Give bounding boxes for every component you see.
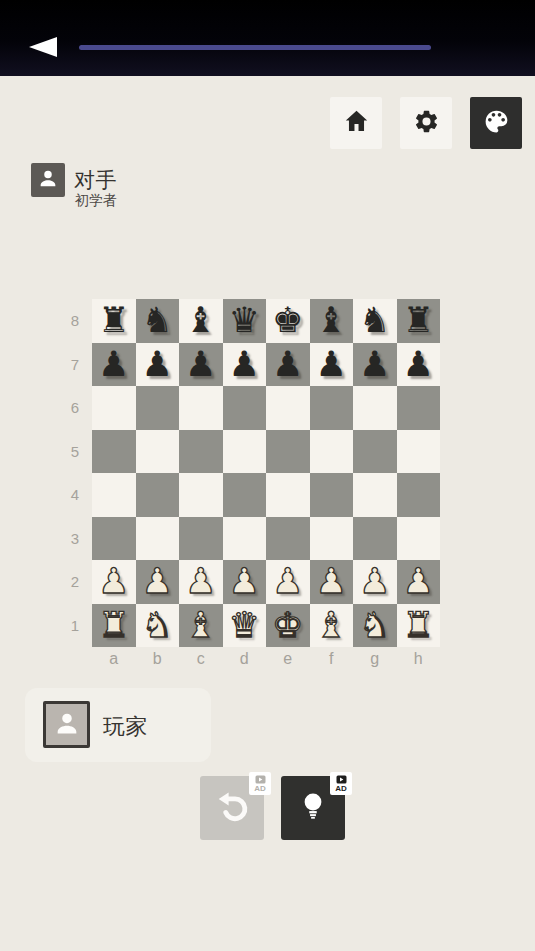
square-g8[interactable]: ♞: [353, 299, 397, 343]
hint-button[interactable]: AD: [281, 776, 345, 840]
black-king: ♚: [272, 299, 303, 343]
square-e4[interactable]: [266, 473, 310, 517]
square-h1[interactable]: ♜: [397, 604, 441, 648]
opponent-level: 初学者: [75, 192, 117, 210]
square-d8[interactable]: ♛: [223, 299, 267, 343]
square-d2[interactable]: ♟: [223, 560, 267, 604]
square-h5[interactable]: [397, 430, 441, 474]
white-pawn: ♟: [229, 560, 260, 604]
file-label-d: d: [223, 650, 267, 670]
black-rook: ♜: [98, 299, 129, 343]
black-pawn: ♟: [316, 343, 347, 387]
square-c4[interactable]: [179, 473, 223, 517]
ad-badge: AD: [330, 772, 352, 795]
file-label-h: h: [397, 650, 441, 670]
file-label-b: b: [136, 650, 180, 670]
square-g7[interactable]: ♟: [353, 343, 397, 387]
square-c3[interactable]: [179, 517, 223, 561]
black-bishop: ♝: [185, 299, 216, 343]
player-name: 玩家: [103, 712, 148, 742]
square-b8[interactable]: ♞: [136, 299, 180, 343]
ad-badge: AD: [249, 772, 271, 795]
black-pawn: ♟: [229, 343, 260, 387]
square-b5[interactable]: [136, 430, 180, 474]
square-g1[interactable]: ♞: [353, 604, 397, 648]
rank-label-6: 6: [54, 386, 82, 430]
square-c5[interactable]: [179, 430, 223, 474]
white-rook: ♜: [403, 604, 434, 648]
square-h8[interactable]: ♜: [397, 299, 441, 343]
undo-button[interactable]: AD: [200, 776, 264, 840]
home-icon: [343, 108, 370, 139]
play-icon: [255, 775, 266, 784]
player-panel: 玩家: [25, 688, 211, 762]
person-icon: [37, 167, 59, 193]
player-avatar: [43, 701, 90, 748]
square-e7[interactable]: ♟: [266, 343, 310, 387]
square-c2[interactable]: ♟: [179, 560, 223, 604]
white-pawn: ♟: [185, 560, 216, 604]
black-pawn: ♟: [142, 343, 173, 387]
square-b2[interactable]: ♟: [136, 560, 180, 604]
square-f4[interactable]: [310, 473, 354, 517]
square-g4[interactable]: [353, 473, 397, 517]
undo-arrow-icon: [215, 789, 249, 827]
rank-label-1: 1: [54, 604, 82, 648]
black-knight: ♞: [142, 299, 173, 343]
settings-button[interactable]: [400, 97, 452, 149]
white-pawn: ♟: [272, 560, 303, 604]
square-h2[interactable]: ♟: [397, 560, 441, 604]
chess-board: ♜♞♝♛♚♝♞♜♟♟♟♟♟♟♟♟♟♟♟♟♟♟♟♟♜♞♝♛♚♝♞♜: [92, 299, 440, 647]
opponent-avatar: [31, 163, 65, 197]
black-pawn: ♟: [272, 343, 303, 387]
white-pawn: ♟: [403, 560, 434, 604]
square-f3[interactable]: [310, 517, 354, 561]
square-a6[interactable]: [92, 386, 136, 430]
opponent-name: 对手: [74, 166, 117, 194]
square-g3[interactable]: [353, 517, 397, 561]
rank-label-5: 5: [54, 430, 82, 474]
square-d3[interactable]: [223, 517, 267, 561]
file-label-a: a: [92, 650, 136, 670]
back-triangle-icon: [29, 37, 57, 57]
rank-label-7: 7: [54, 343, 82, 387]
square-h7[interactable]: ♟: [397, 343, 441, 387]
home-button[interactable]: [330, 97, 382, 149]
square-e5[interactable]: [266, 430, 310, 474]
square-d6[interactable]: [223, 386, 267, 430]
square-b4[interactable]: [136, 473, 180, 517]
black-pawn: ♟: [359, 343, 390, 387]
square-d1[interactable]: ♛: [223, 604, 267, 648]
square-d5[interactable]: [223, 430, 267, 474]
white-pawn: ♟: [142, 560, 173, 604]
white-rook: ♜: [98, 604, 129, 648]
top-bar: [0, 0, 535, 76]
ad-label: AD: [254, 785, 266, 793]
white-queen: ♛: [229, 604, 260, 648]
square-c8[interactable]: ♝: [179, 299, 223, 343]
black-bishop: ♝: [316, 299, 347, 343]
square-a5[interactable]: [92, 430, 136, 474]
square-g6[interactable]: [353, 386, 397, 430]
square-c7[interactable]: ♟: [179, 343, 223, 387]
white-pawn: ♟: [316, 560, 347, 604]
app-screen: 对手 初学者 87654321 ♜♞♝♛♚♝♞♜♟♟♟♟♟♟♟♟♟♟♟♟♟♟♟♟…: [0, 0, 535, 951]
square-g5[interactable]: [353, 430, 397, 474]
ad-label: AD: [335, 785, 347, 793]
rank-label-2: 2: [54, 560, 82, 604]
rank-labels: 87654321: [54, 299, 82, 647]
square-e8[interactable]: ♚: [266, 299, 310, 343]
white-bishop: ♝: [185, 604, 216, 648]
square-f7[interactable]: ♟: [310, 343, 354, 387]
rank-label-8: 8: [54, 299, 82, 343]
square-b3[interactable]: [136, 517, 180, 561]
square-a4[interactable]: [92, 473, 136, 517]
white-pawn: ♟: [359, 560, 390, 604]
black-knight: ♞: [359, 299, 390, 343]
play-icon: [336, 775, 347, 784]
white-king: ♚: [272, 604, 303, 648]
square-f6[interactable]: [310, 386, 354, 430]
rank-label-3: 3: [54, 517, 82, 561]
white-knight: ♞: [359, 604, 390, 648]
gear-icon: [413, 108, 440, 139]
square-h4[interactable]: [397, 473, 441, 517]
black-pawn: ♟: [185, 343, 216, 387]
square-g2[interactable]: ♟: [353, 560, 397, 604]
file-label-f: f: [310, 650, 354, 670]
square-e3[interactable]: [266, 517, 310, 561]
square-e6[interactable]: [266, 386, 310, 430]
white-knight: ♞: [142, 604, 173, 648]
file-label-e: e: [266, 650, 310, 670]
back-button[interactable]: [29, 37, 59, 58]
square-h6[interactable]: [397, 386, 441, 430]
black-rook: ♜: [403, 299, 434, 343]
square-f5[interactable]: [310, 430, 354, 474]
square-a2[interactable]: ♟: [92, 560, 136, 604]
theme-palette-button[interactable]: [470, 97, 522, 149]
square-d7[interactable]: ♟: [223, 343, 267, 387]
lightbulb-icon: [297, 790, 329, 826]
square-c1[interactable]: ♝: [179, 604, 223, 648]
square-b7[interactable]: ♟: [136, 343, 180, 387]
black-pawn: ♟: [98, 343, 129, 387]
square-b6[interactable]: [136, 386, 180, 430]
square-f2[interactable]: ♟: [310, 560, 354, 604]
progress-bar: [79, 45, 431, 50]
square-a1[interactable]: ♜: [92, 604, 136, 648]
square-b1[interactable]: ♞: [136, 604, 180, 648]
black-queen: ♛: [229, 299, 260, 343]
square-a7[interactable]: ♟: [92, 343, 136, 387]
square-e2[interactable]: ♟: [266, 560, 310, 604]
square-f1[interactable]: ♝: [310, 604, 354, 648]
palette-icon: [482, 107, 511, 140]
square-a3[interactable]: [92, 517, 136, 561]
white-pawn: ♟: [98, 560, 129, 604]
file-labels: abcdefgh: [92, 650, 440, 670]
square-f8[interactable]: ♝: [310, 299, 354, 343]
black-pawn: ♟: [403, 343, 434, 387]
square-e1[interactable]: ♚: [266, 604, 310, 648]
square-c6[interactable]: [179, 386, 223, 430]
rank-label-4: 4: [54, 473, 82, 517]
square-d4[interactable]: [223, 473, 267, 517]
square-h3[interactable]: [397, 517, 441, 561]
person-icon: [53, 709, 81, 741]
square-a8[interactable]: ♜: [92, 299, 136, 343]
file-label-c: c: [179, 650, 223, 670]
file-label-g: g: [353, 650, 397, 670]
white-bishop: ♝: [316, 604, 347, 648]
